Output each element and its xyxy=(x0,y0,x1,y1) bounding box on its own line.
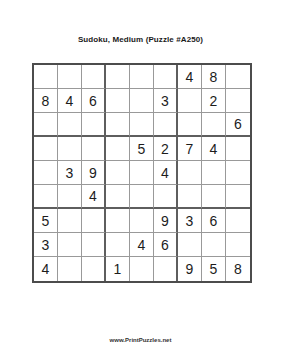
sudoku-cell-r2c5[interactable] xyxy=(130,89,154,113)
sudoku-cell-r8c1[interactable]: 3 xyxy=(34,233,58,257)
sudoku-cell-r7c8[interactable]: 6 xyxy=(202,209,226,233)
sudoku-cell-r3c9[interactable]: 6 xyxy=(226,113,250,137)
sudoku-cell-r8c5[interactable]: 4 xyxy=(130,233,154,257)
sudoku-cell-r4c1[interactable] xyxy=(34,137,58,161)
sudoku-cell-r7c6[interactable]: 9 xyxy=(154,209,178,233)
sudoku-cell-r2c9[interactable] xyxy=(226,89,250,113)
sudoku-cell-r2c7[interactable] xyxy=(178,89,202,113)
sudoku-cell-r9c6[interactable] xyxy=(154,257,178,281)
sudoku-cell-r9c5[interactable] xyxy=(130,257,154,281)
sudoku-cell-r1c6[interactable] xyxy=(154,65,178,89)
sudoku-cell-r3c5[interactable] xyxy=(130,113,154,137)
sudoku-cell-r8c9[interactable] xyxy=(226,233,250,257)
sudoku-cell-r1c7[interactable]: 4 xyxy=(178,65,202,89)
sudoku-cell-r7c5[interactable] xyxy=(130,209,154,233)
sudoku-cell-r7c9[interactable] xyxy=(226,209,250,233)
page-title: Sudoku, Medium (Puzzle #A250) xyxy=(0,35,281,44)
sudoku-cell-r4c5[interactable]: 5 xyxy=(130,137,154,161)
sudoku-cell-r9c1[interactable]: 4 xyxy=(34,257,58,281)
sudoku-cell-r7c2[interactable] xyxy=(58,209,82,233)
sudoku-cell-r5c1[interactable] xyxy=(34,161,58,185)
footer-url: www.PrintPuzzles.net xyxy=(0,337,281,343)
sudoku-cell-r9c9[interactable]: 8 xyxy=(226,257,250,281)
sudoku-cell-r4c2[interactable] xyxy=(58,137,82,161)
sudoku-cell-r5c6[interactable]: 4 xyxy=(154,161,178,185)
sudoku-cell-r3c2[interactable] xyxy=(58,113,82,137)
sudoku-cell-r5c8[interactable] xyxy=(202,161,226,185)
sudoku-cell-r4c8[interactable]: 4 xyxy=(202,137,226,161)
sudoku-cell-r5c5[interactable] xyxy=(130,161,154,185)
sudoku-cell-r1c1[interactable] xyxy=(34,65,58,89)
sudoku-cell-r3c4[interactable] xyxy=(106,113,130,137)
sudoku-cell-r3c8[interactable] xyxy=(202,113,226,137)
sudoku-cell-r9c2[interactable] xyxy=(58,257,82,281)
sudoku-cell-r6c9[interactable] xyxy=(226,185,250,209)
sudoku-cell-r6c8[interactable] xyxy=(202,185,226,209)
sudoku-cell-r8c4[interactable] xyxy=(106,233,130,257)
sudoku-cell-r6c7[interactable] xyxy=(178,185,202,209)
sudoku-cell-r2c3[interactable]: 6 xyxy=(82,89,106,113)
sudoku-cell-r5c7[interactable] xyxy=(178,161,202,185)
sudoku-cell-r5c9[interactable] xyxy=(226,161,250,185)
sudoku-cell-r5c2[interactable]: 3 xyxy=(58,161,82,185)
sudoku-cell-r1c4[interactable] xyxy=(106,65,130,89)
sudoku-cell-r1c9[interactable] xyxy=(226,65,250,89)
sudoku-cell-r8c2[interactable] xyxy=(58,233,82,257)
sudoku-cell-r9c4[interactable]: 1 xyxy=(106,257,130,281)
sudoku-cell-r6c5[interactable] xyxy=(130,185,154,209)
sudoku-cell-r6c4[interactable] xyxy=(106,185,130,209)
sudoku-cell-r9c8[interactable]: 5 xyxy=(202,257,226,281)
sudoku-cell-r1c8[interactable]: 8 xyxy=(202,65,226,89)
sudoku-cell-r1c2[interactable] xyxy=(58,65,82,89)
sudoku-cell-r6c6[interactable] xyxy=(154,185,178,209)
sudoku-cell-r7c7[interactable]: 3 xyxy=(178,209,202,233)
sudoku-cell-r7c4[interactable] xyxy=(106,209,130,233)
sudoku-cell-r4c3[interactable] xyxy=(82,137,106,161)
sudoku-cell-r3c1[interactable] xyxy=(34,113,58,137)
printable-sudoku-page: Sudoku, Medium (Puzzle #A250) 4884632652… xyxy=(0,0,281,363)
sudoku-cell-r8c6[interactable]: 6 xyxy=(154,233,178,257)
sudoku-cell-r9c3[interactable] xyxy=(82,257,106,281)
sudoku-cell-r6c1[interactable] xyxy=(34,185,58,209)
sudoku-cell-r8c7[interactable] xyxy=(178,233,202,257)
sudoku-cell-r2c2[interactable]: 4 xyxy=(58,89,82,113)
sudoku-cell-r7c3[interactable] xyxy=(82,209,106,233)
sudoku-cell-r4c9[interactable] xyxy=(226,137,250,161)
sudoku-cell-r5c4[interactable] xyxy=(106,161,130,185)
sudoku-cell-r6c2[interactable] xyxy=(58,185,82,209)
sudoku-grid: 4884632652743944593634641958 xyxy=(32,63,252,283)
sudoku-cell-r5c3[interactable]: 9 xyxy=(82,161,106,185)
sudoku-cell-r3c7[interactable] xyxy=(178,113,202,137)
sudoku-cell-r4c7[interactable]: 7 xyxy=(178,137,202,161)
sudoku-cell-r1c3[interactable] xyxy=(82,65,106,89)
sudoku-cell-r9c7[interactable]: 9 xyxy=(178,257,202,281)
sudoku-cell-r8c8[interactable] xyxy=(202,233,226,257)
sudoku-cell-r2c4[interactable] xyxy=(106,89,130,113)
sudoku-cell-r8c3[interactable] xyxy=(82,233,106,257)
sudoku-cell-r4c6[interactable]: 2 xyxy=(154,137,178,161)
sudoku-cell-r7c1[interactable]: 5 xyxy=(34,209,58,233)
sudoku-cell-r3c6[interactable] xyxy=(154,113,178,137)
sudoku-cell-r3c3[interactable] xyxy=(82,113,106,137)
sudoku-cell-r2c6[interactable]: 3 xyxy=(154,89,178,113)
sudoku-cell-r4c4[interactable] xyxy=(106,137,130,161)
sudoku-cell-r2c8[interactable]: 2 xyxy=(202,89,226,113)
sudoku-cell-r1c5[interactable] xyxy=(130,65,154,89)
sudoku-cell-r2c1[interactable]: 8 xyxy=(34,89,58,113)
sudoku-cell-r6c3[interactable]: 4 xyxy=(82,185,106,209)
